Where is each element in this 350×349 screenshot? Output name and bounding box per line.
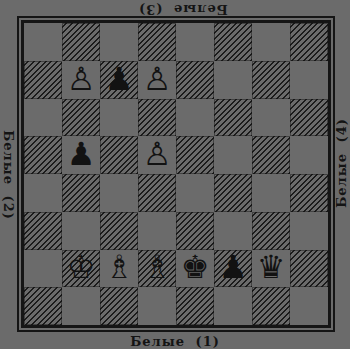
- piece-white-pawn[interactable]: ♙: [143, 63, 172, 95]
- board-frame: ♙♟♙♟♙♔♗♗♚♟♛: [17, 16, 335, 332]
- piece-white-king[interactable]: ♔: [67, 251, 96, 283]
- square-d2[interactable]: ♗: [138, 250, 176, 288]
- piece-white-pawn[interactable]: ♙: [143, 138, 172, 170]
- square-c3[interactable]: [100, 212, 138, 250]
- square-e6[interactable]: [176, 99, 214, 137]
- square-d7[interactable]: ♙: [138, 61, 176, 99]
- square-a6[interactable]: [24, 99, 62, 137]
- square-d1[interactable]: [138, 287, 176, 325]
- square-g1[interactable]: [252, 287, 290, 325]
- square-b1[interactable]: [62, 287, 100, 325]
- square-h4[interactable]: [290, 174, 328, 212]
- square-h8[interactable]: [290, 23, 328, 61]
- square-a7[interactable]: [24, 61, 62, 99]
- square-e7[interactable]: [176, 61, 214, 99]
- square-c7[interactable]: ♟: [100, 61, 138, 99]
- board-label-top: Белые (3): [138, 2, 228, 17]
- square-e3[interactable]: [176, 212, 214, 250]
- square-a1[interactable]: [24, 287, 62, 325]
- square-e4[interactable]: [176, 174, 214, 212]
- square-f6[interactable]: [214, 99, 252, 137]
- board-label-left: Белые (2): [1, 130, 16, 220]
- piece-black-pawn[interactable]: ♟: [67, 138, 96, 170]
- square-f8[interactable]: [214, 23, 252, 61]
- square-h2[interactable]: [290, 250, 328, 288]
- square-f4[interactable]: [214, 174, 252, 212]
- square-b7[interactable]: ♙: [62, 61, 100, 99]
- square-f5[interactable]: [214, 136, 252, 174]
- square-c8[interactable]: [100, 23, 138, 61]
- square-h7[interactable]: [290, 61, 328, 99]
- square-d5[interactable]: ♙: [138, 136, 176, 174]
- square-b5[interactable]: ♟: [62, 136, 100, 174]
- square-e8[interactable]: [176, 23, 214, 61]
- square-d6[interactable]: [138, 99, 176, 137]
- piece-black-pawn[interactable]: ♟: [105, 63, 134, 95]
- square-c1[interactable]: [100, 287, 138, 325]
- square-h5[interactable]: [290, 136, 328, 174]
- square-h1[interactable]: [290, 287, 328, 325]
- square-h6[interactable]: [290, 99, 328, 137]
- square-c5[interactable]: [100, 136, 138, 174]
- piece-black-queen[interactable]: ♛: [257, 251, 286, 283]
- square-a3[interactable]: [24, 212, 62, 250]
- square-e2[interactable]: ♚: [176, 250, 214, 288]
- square-g5[interactable]: [252, 136, 290, 174]
- square-b2[interactable]: ♔: [62, 250, 100, 288]
- square-g8[interactable]: [252, 23, 290, 61]
- square-g3[interactable]: [252, 212, 290, 250]
- square-a8[interactable]: [24, 23, 62, 61]
- square-d3[interactable]: [138, 212, 176, 250]
- square-g6[interactable]: [252, 99, 290, 137]
- board-frame-inner: ♙♟♙♟♙♔♗♗♚♟♛: [21, 20, 331, 328]
- square-a4[interactable]: [24, 174, 62, 212]
- piece-white-bishop[interactable]: ♗: [143, 251, 172, 283]
- square-b3[interactable]: [62, 212, 100, 250]
- piece-white-bishop[interactable]: ♗: [105, 251, 134, 283]
- square-f7[interactable]: [214, 61, 252, 99]
- board-label-right: Белые (4): [334, 118, 349, 208]
- square-e1[interactable]: [176, 287, 214, 325]
- square-c2[interactable]: ♗: [100, 250, 138, 288]
- square-c4[interactable]: [100, 174, 138, 212]
- square-b6[interactable]: [62, 99, 100, 137]
- square-g2[interactable]: ♛: [252, 250, 290, 288]
- square-f1[interactable]: [214, 287, 252, 325]
- square-d8[interactable]: [138, 23, 176, 61]
- piece-white-pawn[interactable]: ♙: [67, 63, 96, 95]
- square-b4[interactable]: [62, 174, 100, 212]
- chess-board: ♙♟♙♟♙♔♗♗♚♟♛: [24, 23, 328, 325]
- square-f2[interactable]: ♟: [214, 250, 252, 288]
- square-c6[interactable]: [100, 99, 138, 137]
- square-d4[interactable]: [138, 174, 176, 212]
- square-g7[interactable]: [252, 61, 290, 99]
- square-g4[interactable]: [252, 174, 290, 212]
- board-label-bottom: Белые (1): [130, 334, 220, 349]
- square-a5[interactable]: [24, 136, 62, 174]
- square-h3[interactable]: [290, 212, 328, 250]
- square-b8[interactable]: [62, 23, 100, 61]
- piece-black-king[interactable]: ♚: [181, 251, 210, 283]
- square-e5[interactable]: [176, 136, 214, 174]
- square-f3[interactable]: [214, 212, 252, 250]
- chess-diagram: Белые (3) Белые (2) Белые (4) Белые (1) …: [0, 0, 350, 349]
- square-a2[interactable]: [24, 250, 62, 288]
- piece-black-pawn[interactable]: ♟: [219, 251, 248, 283]
